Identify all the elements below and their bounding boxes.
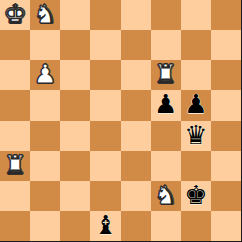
square-f1[interactable] [151, 211, 181, 241]
square-g6[interactable] [181, 60, 211, 90]
black-queen: ♛ [184, 122, 207, 148]
chess-board: ♚♞♟♜♟♟♛♜♞♚♝ [0, 0, 242, 242]
square-b6[interactable]: ♟ [30, 60, 60, 90]
square-c7[interactable] [60, 30, 90, 60]
black-pawn: ♟ [154, 91, 177, 117]
square-a5[interactable] [0, 90, 30, 120]
square-d5[interactable] [90, 90, 120, 120]
square-c8[interactable] [60, 0, 90, 30]
square-f7[interactable] [151, 30, 181, 60]
square-f5[interactable]: ♟ [151, 90, 181, 120]
square-h4[interactable] [211, 121, 241, 151]
square-h1[interactable] [211, 211, 241, 241]
square-e1[interactable] [121, 211, 151, 241]
square-c2[interactable] [60, 181, 90, 211]
white-rook: ♜ [154, 61, 177, 87]
square-a1[interactable] [0, 211, 30, 241]
square-d7[interactable] [90, 30, 120, 60]
square-b3[interactable] [30, 151, 60, 181]
square-a3[interactable]: ♜ [0, 151, 30, 181]
black-king: ♚ [184, 182, 207, 208]
square-b7[interactable] [30, 30, 60, 60]
square-f3[interactable] [151, 151, 181, 181]
square-g8[interactable] [181, 0, 211, 30]
square-a7[interactable] [0, 30, 30, 60]
square-e2[interactable] [121, 181, 151, 211]
white-knight: ♞ [34, 1, 57, 27]
square-b5[interactable] [30, 90, 60, 120]
square-g3[interactable] [181, 151, 211, 181]
square-g5[interactable]: ♟ [181, 90, 211, 120]
square-c1[interactable] [60, 211, 90, 241]
square-h6[interactable] [211, 60, 241, 90]
square-d2[interactable] [90, 181, 120, 211]
square-d3[interactable] [90, 151, 120, 181]
square-e3[interactable] [121, 151, 151, 181]
black-bishop: ♝ [94, 212, 117, 238]
square-b1[interactable] [30, 211, 60, 241]
square-f8[interactable] [151, 0, 181, 30]
square-d8[interactable] [90, 0, 120, 30]
square-h5[interactable] [211, 90, 241, 120]
square-g1[interactable] [181, 211, 211, 241]
square-h8[interactable] [211, 0, 241, 30]
square-c5[interactable] [60, 90, 90, 120]
square-a4[interactable] [0, 121, 30, 151]
white-pawn: ♟ [34, 61, 57, 87]
square-b4[interactable] [30, 121, 60, 151]
square-a6[interactable] [0, 60, 30, 90]
square-b8[interactable]: ♞ [30, 0, 60, 30]
square-a2[interactable] [0, 181, 30, 211]
square-c4[interactable] [60, 121, 90, 151]
square-g4[interactable]: ♛ [181, 121, 211, 151]
square-g7[interactable] [181, 30, 211, 60]
square-g2[interactable]: ♚ [181, 181, 211, 211]
square-e8[interactable] [121, 0, 151, 30]
white-knight: ♞ [154, 182, 177, 208]
square-h7[interactable] [211, 30, 241, 60]
square-f2[interactable]: ♞ [151, 181, 181, 211]
square-d4[interactable] [90, 121, 120, 151]
white-rook: ♜ [3, 152, 26, 178]
square-d6[interactable] [90, 60, 120, 90]
square-e4[interactable] [121, 121, 151, 151]
square-b2[interactable] [30, 181, 60, 211]
square-f6[interactable]: ♜ [151, 60, 181, 90]
square-a8[interactable]: ♚ [0, 0, 30, 30]
square-c6[interactable] [60, 60, 90, 90]
square-e5[interactable] [121, 90, 151, 120]
square-f4[interactable] [151, 121, 181, 151]
white-king: ♚ [3, 1, 26, 27]
square-c3[interactable] [60, 151, 90, 181]
black-pawn: ♟ [184, 91, 207, 117]
square-d1[interactable]: ♝ [90, 211, 120, 241]
square-h2[interactable] [211, 181, 241, 211]
square-h3[interactable] [211, 151, 241, 181]
square-e7[interactable] [121, 30, 151, 60]
square-e6[interactable] [121, 60, 151, 90]
